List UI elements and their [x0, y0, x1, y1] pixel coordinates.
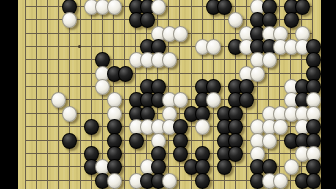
white-stone[interactable]	[62, 106, 77, 122]
video-frame	[0, 0, 336, 189]
black-stone[interactable]	[306, 173, 321, 189]
white-stone[interactable]	[262, 52, 277, 68]
white-stone[interactable]	[273, 119, 288, 135]
grid-line-horizontal	[25, 73, 314, 74]
white-stone[interactable]	[151, 0, 166, 15]
grid-line-horizontal	[25, 153, 314, 154]
grid-line-vertical	[25, 0, 26, 189]
black-stone[interactable]	[140, 12, 155, 28]
white-stone[interactable]	[107, 173, 122, 189]
grid-line-horizontal	[25, 86, 314, 87]
black-stone[interactable]	[129, 133, 144, 149]
black-stone[interactable]	[62, 133, 77, 149]
white-stone[interactable]	[262, 133, 277, 149]
letterbox-right-bar	[321, 0, 336, 189]
black-stone[interactable]	[118, 66, 133, 82]
white-stone[interactable]	[284, 159, 299, 175]
black-stone[interactable]	[173, 146, 188, 162]
black-stone[interactable]	[284, 12, 299, 28]
grid-line-vertical	[69, 0, 70, 189]
grid-line-vertical	[124, 0, 125, 189]
grid-line-vertical	[80, 0, 81, 189]
white-stone[interactable]	[162, 173, 177, 189]
white-stone[interactable]	[273, 173, 288, 189]
white-stone[interactable]	[107, 0, 122, 15]
black-stone[interactable]	[295, 0, 310, 15]
grid-line-vertical	[36, 0, 37, 189]
letterbox-left-bar	[0, 0, 18, 189]
grid-line-vertical	[47, 0, 48, 189]
black-stone[interactable]	[195, 173, 210, 189]
white-stone[interactable]	[173, 26, 188, 42]
